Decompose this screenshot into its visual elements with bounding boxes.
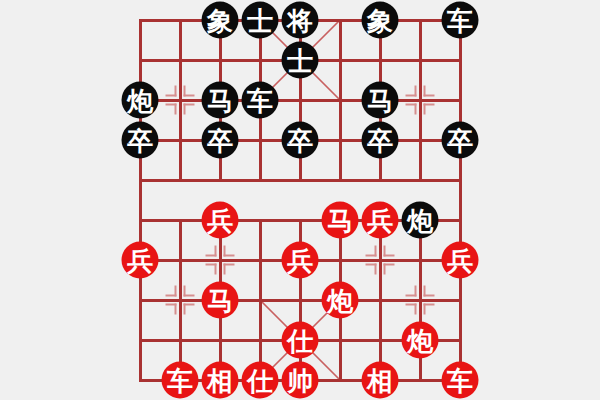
- point-marker-corner: [166, 286, 177, 297]
- point-marker: [406, 286, 435, 315]
- point-marker-corner: [366, 264, 377, 275]
- piece-red-advisor[interactable]: 仕: [282, 322, 319, 359]
- piece-black-general[interactable]: 将: [282, 2, 319, 39]
- point-marker-corner: [406, 304, 417, 315]
- piece-red-general[interactable]: 帅: [282, 362, 319, 399]
- point-marker: [366, 246, 395, 275]
- piece-red-soldier[interactable]: 兵: [122, 242, 159, 279]
- point-marker-corner: [406, 86, 417, 97]
- point-marker-corner: [224, 246, 235, 257]
- piece-red-cannon[interactable]: 炮: [402, 322, 439, 359]
- piece-red-soldier[interactable]: 兵: [362, 202, 399, 239]
- point-marker-corner: [184, 104, 195, 115]
- piece-red-elephant[interactable]: 相: [362, 362, 399, 399]
- point-marker-corner: [184, 86, 195, 97]
- piece-red-chariot[interactable]: 车: [442, 362, 479, 399]
- piece-black-elephant[interactable]: 象: [362, 2, 399, 39]
- grid-line: [339, 19, 342, 182]
- point-marker-corner: [424, 104, 435, 115]
- point-marker-corner: [184, 304, 195, 315]
- point-marker-corner: [366, 246, 377, 257]
- point-marker: [166, 286, 195, 315]
- point-marker-corner: [184, 286, 195, 297]
- piece-red-horse[interactable]: 马: [322, 202, 359, 239]
- point-marker-corner: [384, 264, 395, 275]
- piece-black-chariot[interactable]: 车: [442, 2, 479, 39]
- point-marker: [166, 86, 195, 115]
- point-marker-corner: [406, 286, 417, 297]
- piece-red-soldier[interactable]: 兵: [202, 202, 239, 239]
- piece-black-soldier[interactable]: 卒: [362, 122, 399, 159]
- grid-line: [459, 19, 462, 382]
- piece-black-cannon[interactable]: 炮: [402, 202, 439, 239]
- grid-line: [379, 219, 382, 382]
- piece-red-cannon[interactable]: 炮: [322, 282, 359, 319]
- xiangqi-board[interactable]: 象士将象车士炮马车马卒卒卒卒卒兵马兵炮兵兵兵马炮仕炮车相仕帅相车: [140, 20, 460, 380]
- piece-black-soldier[interactable]: 卒: [442, 122, 479, 159]
- piece-black-soldier[interactable]: 卒: [122, 122, 159, 159]
- point-marker-corner: [424, 286, 435, 297]
- point-marker-corner: [424, 86, 435, 97]
- piece-black-advisor[interactable]: 士: [242, 2, 279, 39]
- piece-black-elephant[interactable]: 象: [202, 2, 239, 39]
- point-marker-corner: [384, 246, 395, 257]
- grid-line: [259, 219, 262, 382]
- piece-black-soldier[interactable]: 卒: [282, 122, 319, 159]
- piece-red-soldier[interactable]: 兵: [442, 242, 479, 279]
- piece-black-horse[interactable]: 马: [202, 82, 239, 119]
- piece-red-chariot[interactable]: 车: [162, 362, 199, 399]
- piece-black-advisor[interactable]: 士: [282, 42, 319, 79]
- piece-red-soldier[interactable]: 兵: [282, 242, 319, 279]
- point-marker-corner: [406, 104, 417, 115]
- point-marker: [206, 246, 235, 275]
- point-marker-corner: [166, 86, 177, 97]
- piece-red-advisor[interactable]: 仕: [242, 362, 279, 399]
- grid-line: [139, 19, 142, 382]
- point-marker-corner: [424, 304, 435, 315]
- piece-black-soldier[interactable]: 卒: [202, 122, 239, 159]
- point-marker-corner: [166, 304, 177, 315]
- point-marker-corner: [206, 264, 217, 275]
- piece-black-chariot[interactable]: 车: [242, 82, 279, 119]
- piece-black-horse[interactable]: 马: [362, 82, 399, 119]
- piece-black-cannon[interactable]: 炮: [122, 82, 159, 119]
- point-marker-corner: [206, 246, 217, 257]
- point-marker-corner: [166, 104, 177, 115]
- point-marker: [406, 86, 435, 115]
- piece-red-elephant[interactable]: 相: [202, 362, 239, 399]
- xiangqi-app: 象士将象车士炮马车马卒卒卒卒卒兵马兵炮兵兵兵马炮仕炮车相仕帅相车: [0, 0, 600, 400]
- piece-red-horse[interactable]: 马: [202, 282, 239, 319]
- point-marker-corner: [224, 264, 235, 275]
